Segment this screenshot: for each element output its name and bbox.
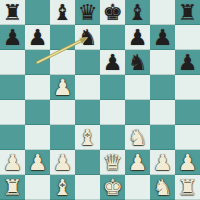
square-f2[interactable]: ♟ xyxy=(125,150,150,175)
square-e1[interactable]: ♚ xyxy=(100,175,125,200)
square-b8[interactable] xyxy=(25,0,50,25)
square-g7[interactable]: ♟ xyxy=(150,25,175,50)
square-h3[interactable] xyxy=(175,125,200,150)
white-knight-piece: ♞ xyxy=(153,175,173,200)
square-c1[interactable]: ♝ xyxy=(50,175,75,200)
black-pawn-piece: ♟ xyxy=(103,50,123,75)
square-g8[interactable] xyxy=(150,0,175,25)
white-bishop-piece: ♝ xyxy=(78,125,98,150)
white-rook-piece: ♜ xyxy=(178,175,198,200)
square-f3[interactable]: ♞ xyxy=(125,125,150,150)
square-f7[interactable]: ♟ xyxy=(125,25,150,50)
square-b2[interactable]: ♟ xyxy=(25,150,50,175)
black-pawn-piece: ♟ xyxy=(128,25,148,50)
square-e7[interactable] xyxy=(100,25,125,50)
square-c2[interactable]: ♟ xyxy=(50,150,75,175)
square-f6[interactable]: ♞ xyxy=(125,50,150,75)
square-a8[interactable]: ♜ xyxy=(0,0,25,25)
white-pawn-piece: ♟ xyxy=(53,75,73,100)
square-d8[interactable]: ♛ xyxy=(75,0,100,25)
square-g3[interactable] xyxy=(150,125,175,150)
square-b6[interactable] xyxy=(25,50,50,75)
square-h8[interactable]: ♜ xyxy=(175,0,200,25)
white-pawn-piece: ♟ xyxy=(153,150,173,175)
white-king-piece: ♚ xyxy=(103,175,123,200)
square-d3[interactable]: ♝ xyxy=(75,125,100,150)
black-pawn-piece: ♟ xyxy=(3,25,23,50)
square-c6[interactable] xyxy=(50,50,75,75)
square-d4[interactable] xyxy=(75,100,100,125)
black-bishop-piece: ♝ xyxy=(128,0,148,25)
board-grid: ♜♝♛♚♝♜♟♟♞♟♟♟♞♟♟♝♞♟♟♟♛♟♟♟♜♝♚♞♜ xyxy=(0,0,200,200)
square-d2[interactable] xyxy=(75,150,100,175)
square-h4[interactable] xyxy=(175,100,200,125)
square-b7[interactable]: ♟ xyxy=(25,25,50,50)
square-g4[interactable] xyxy=(150,100,175,125)
square-c3[interactable] xyxy=(50,125,75,150)
square-d1[interactable] xyxy=(75,175,100,200)
square-h1[interactable]: ♜ xyxy=(175,175,200,200)
square-f1[interactable] xyxy=(125,175,150,200)
square-g1[interactable]: ♞ xyxy=(150,175,175,200)
white-queen-piece: ♛ xyxy=(103,150,123,175)
square-e5[interactable] xyxy=(100,75,125,100)
square-c4[interactable] xyxy=(50,100,75,125)
black-rook-piece: ♜ xyxy=(178,0,198,25)
square-e4[interactable] xyxy=(100,100,125,125)
black-king-piece: ♚ xyxy=(103,0,123,25)
black-pawn-piece: ♟ xyxy=(153,25,173,50)
square-a2[interactable]: ♟ xyxy=(0,150,25,175)
black-bishop-piece: ♝ xyxy=(53,0,73,25)
square-e8[interactable]: ♚ xyxy=(100,0,125,25)
white-knight-piece: ♞ xyxy=(128,125,148,150)
square-f4[interactable] xyxy=(125,100,150,125)
black-pawn-piece: ♟ xyxy=(28,25,48,50)
square-e2[interactable]: ♛ xyxy=(100,150,125,175)
white-pawn-piece: ♟ xyxy=(3,150,23,175)
square-h6[interactable]: ♟ xyxy=(175,50,200,75)
square-d5[interactable] xyxy=(75,75,100,100)
white-pawn-piece: ♟ xyxy=(128,150,148,175)
square-e6[interactable]: ♟ xyxy=(100,50,125,75)
black-queen-piece: ♛ xyxy=(78,0,98,25)
white-pawn-piece: ♟ xyxy=(28,150,48,175)
black-knight-piece: ♞ xyxy=(78,25,98,50)
square-d6[interactable] xyxy=(75,50,100,75)
square-b4[interactable] xyxy=(25,100,50,125)
square-a7[interactable]: ♟ xyxy=(0,25,25,50)
square-a4[interactable] xyxy=(0,100,25,125)
square-e3[interactable] xyxy=(100,125,125,150)
square-c7[interactable] xyxy=(50,25,75,50)
square-a1[interactable]: ♜ xyxy=(0,175,25,200)
white-pawn-piece: ♟ xyxy=(53,150,73,175)
square-h7[interactable] xyxy=(175,25,200,50)
square-h5[interactable] xyxy=(175,75,200,100)
square-g2[interactable]: ♟ xyxy=(150,150,175,175)
black-pawn-piece: ♟ xyxy=(178,50,198,75)
black-knight-piece: ♞ xyxy=(128,50,148,75)
square-f8[interactable]: ♝ xyxy=(125,0,150,25)
square-b5[interactable] xyxy=(25,75,50,100)
chess-board: ♜♝♛♚♝♜♟♟♞♟♟♟♞♟♟♝♞♟♟♟♛♟♟♟♜♝♚♞♜ xyxy=(0,0,200,200)
white-rook-piece: ♜ xyxy=(3,175,23,200)
square-d7[interactable]: ♞ xyxy=(75,25,100,50)
square-c8[interactable]: ♝ xyxy=(50,0,75,25)
square-b1[interactable] xyxy=(25,175,50,200)
black-rook-piece: ♜ xyxy=(3,0,23,25)
white-bishop-piece: ♝ xyxy=(53,175,73,200)
square-c5[interactable]: ♟ xyxy=(50,75,75,100)
square-h2[interactable]: ♟ xyxy=(175,150,200,175)
square-a5[interactable] xyxy=(0,75,25,100)
square-f5[interactable] xyxy=(125,75,150,100)
white-pawn-piece: ♟ xyxy=(178,150,198,175)
square-a6[interactable] xyxy=(0,50,25,75)
square-a3[interactable] xyxy=(0,125,25,150)
square-g6[interactable] xyxy=(150,50,175,75)
square-g5[interactable] xyxy=(150,75,175,100)
square-b3[interactable] xyxy=(25,125,50,150)
